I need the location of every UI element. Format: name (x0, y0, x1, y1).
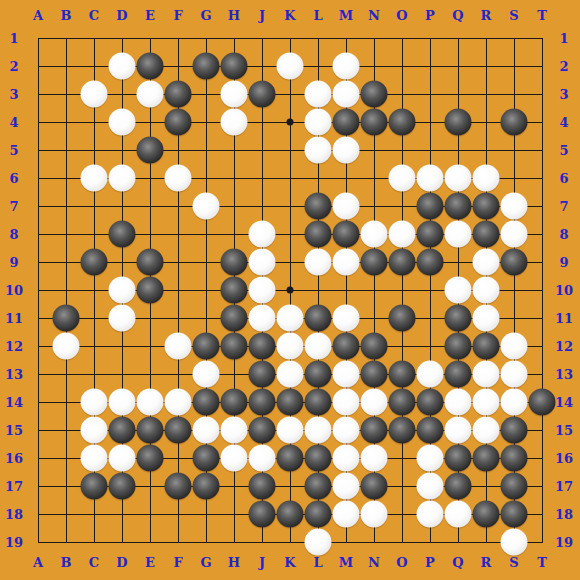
column-label-top-A: A (33, 8, 43, 23)
black-stone-G17[interactable] (193, 473, 220, 500)
star-point-K4 (287, 119, 294, 126)
black-stone-N12[interactable] (361, 333, 388, 360)
row-label-right-19: 19 (555, 535, 573, 550)
white-stone-D11[interactable] (109, 305, 136, 332)
black-stone-O11[interactable] (389, 305, 416, 332)
white-stone-R15[interactable] (473, 417, 500, 444)
column-label-top-R: R (481, 8, 492, 23)
row-label-right-12: 12 (555, 339, 573, 354)
white-stone-D10[interactable] (109, 277, 136, 304)
white-stone-H15[interactable] (221, 417, 248, 444)
black-stone-G12[interactable] (193, 333, 220, 360)
white-stone-Q18[interactable] (445, 501, 472, 528)
black-stone-S17[interactable] (501, 473, 528, 500)
black-stone-P7[interactable] (417, 193, 444, 220)
white-stone-H16[interactable] (221, 445, 248, 472)
black-stone-N15[interactable] (361, 417, 388, 444)
white-stone-R6[interactable] (473, 165, 500, 192)
column-label-top-L: L (313, 8, 322, 23)
row-label-right-17: 17 (555, 479, 573, 494)
column-label-top-K: K (284, 8, 295, 23)
column-label-bottom-F: F (173, 555, 182, 570)
white-stone-D16[interactable] (109, 445, 136, 472)
row-label-right-10: 10 (555, 283, 573, 298)
white-stone-J16[interactable] (249, 445, 276, 472)
black-stone-C9[interactable] (81, 249, 108, 276)
black-stone-M12[interactable] (333, 333, 360, 360)
black-stone-P9[interactable] (417, 249, 444, 276)
column-label-bottom-B: B (61, 555, 72, 570)
black-stone-K18[interactable] (277, 501, 304, 528)
black-stone-L16[interactable] (305, 445, 332, 472)
row-label-right-6: 6 (559, 171, 568, 186)
column-label-top-T: T (537, 8, 547, 23)
black-stone-J18[interactable] (249, 501, 276, 528)
column-label-top-E: E (145, 8, 155, 23)
row-label-left-7: 7 (9, 199, 18, 214)
black-stone-S15[interactable] (501, 417, 528, 444)
white-stone-L15[interactable] (305, 417, 332, 444)
column-label-top-N: N (368, 8, 380, 23)
black-stone-Q12[interactable] (445, 333, 472, 360)
white-stone-S19[interactable] (501, 529, 528, 556)
black-stone-Q11[interactable] (445, 305, 472, 332)
black-stone-Q16[interactable] (445, 445, 472, 472)
black-stone-L18[interactable] (305, 501, 332, 528)
white-stone-F6[interactable] (165, 165, 192, 192)
column-label-bottom-P: P (425, 555, 435, 570)
black-stone-F15[interactable] (165, 417, 192, 444)
row-label-left-18: 18 (5, 507, 23, 522)
black-stone-N3[interactable] (361, 81, 388, 108)
black-stone-B11[interactable] (53, 305, 80, 332)
row-label-left-19: 19 (5, 535, 23, 550)
black-stone-E15[interactable] (137, 417, 164, 444)
white-stone-M14[interactable] (333, 389, 360, 416)
black-stone-R12[interactable] (473, 333, 500, 360)
black-stone-S18[interactable] (501, 501, 528, 528)
column-label-bottom-O: O (396, 555, 407, 570)
white-stone-M15[interactable] (333, 417, 360, 444)
white-stone-L9[interactable] (305, 249, 332, 276)
black-stone-D15[interactable] (109, 417, 136, 444)
black-stone-F3[interactable] (165, 81, 192, 108)
white-stone-L3[interactable] (305, 81, 332, 108)
row-label-left-15: 15 (5, 423, 23, 438)
column-label-top-S: S (509, 8, 518, 23)
row-label-left-10: 10 (5, 283, 23, 298)
black-stone-L7[interactable] (305, 193, 332, 220)
column-label-top-G: G (200, 8, 211, 23)
black-stone-G14[interactable] (193, 389, 220, 416)
white-stone-M2[interactable] (333, 53, 360, 80)
white-stone-D6[interactable] (109, 165, 136, 192)
white-stone-K2[interactable] (277, 53, 304, 80)
black-stone-E9[interactable] (137, 249, 164, 276)
row-label-left-5: 5 (9, 143, 18, 158)
black-stone-S9[interactable] (501, 249, 528, 276)
white-stone-H4[interactable] (221, 109, 248, 136)
white-stone-S13[interactable] (501, 361, 528, 388)
column-label-bottom-J: J (259, 555, 265, 570)
black-stone-J12[interactable] (249, 333, 276, 360)
black-stone-O9[interactable] (389, 249, 416, 276)
white-stone-N8[interactable] (361, 221, 388, 248)
white-stone-N14[interactable] (361, 389, 388, 416)
white-stone-M7[interactable] (333, 193, 360, 220)
grid-line-vertical (542, 38, 543, 543)
white-stone-S12[interactable] (501, 333, 528, 360)
white-stone-H3[interactable] (221, 81, 248, 108)
white-stone-P6[interactable] (417, 165, 444, 192)
white-stone-D14[interactable] (109, 389, 136, 416)
column-label-top-Q: Q (452, 8, 463, 23)
white-stone-G7[interactable] (193, 193, 220, 220)
row-label-right-1: 1 (559, 31, 568, 46)
black-stone-M8[interactable] (333, 221, 360, 248)
row-label-left-14: 14 (5, 395, 23, 410)
white-stone-L5[interactable] (305, 137, 332, 164)
black-stone-E10[interactable] (137, 277, 164, 304)
white-stone-O8[interactable] (389, 221, 416, 248)
row-label-right-14: 14 (555, 395, 573, 410)
black-stone-E2[interactable] (137, 53, 164, 80)
black-stone-E5[interactable] (137, 137, 164, 164)
row-label-left-16: 16 (5, 451, 23, 466)
white-stone-M3[interactable] (333, 81, 360, 108)
black-stone-P14[interactable] (417, 389, 444, 416)
black-stone-P8[interactable] (417, 221, 444, 248)
row-label-left-11: 11 (5, 311, 23, 326)
black-stone-R18[interactable] (473, 501, 500, 528)
white-stone-J11[interactable] (249, 305, 276, 332)
black-stone-M4[interactable] (333, 109, 360, 136)
column-label-top-D: D (116, 8, 127, 23)
white-stone-B12[interactable] (53, 333, 80, 360)
black-stone-H12[interactable] (221, 333, 248, 360)
column-label-top-M: M (339, 8, 353, 23)
row-label-right-13: 13 (555, 367, 573, 382)
black-stone-H9[interactable] (221, 249, 248, 276)
row-label-left-17: 17 (5, 479, 23, 494)
white-stone-C16[interactable] (81, 445, 108, 472)
white-stone-K11[interactable] (277, 305, 304, 332)
column-label-bottom-M: M (339, 555, 353, 570)
white-stone-C6[interactable] (81, 165, 108, 192)
white-stone-Q10[interactable] (445, 277, 472, 304)
black-stone-G2[interactable] (193, 53, 220, 80)
row-label-right-18: 18 (555, 507, 573, 522)
column-label-bottom-A: A (33, 555, 43, 570)
star-point-K10 (287, 287, 294, 294)
white-stone-C14[interactable] (81, 389, 108, 416)
column-label-bottom-H: H (228, 555, 240, 570)
black-stone-P15[interactable] (417, 417, 444, 444)
black-stone-F4[interactable] (165, 109, 192, 136)
white-stone-M16[interactable] (333, 445, 360, 472)
row-label-right-16: 16 (555, 451, 573, 466)
white-stone-E3[interactable] (137, 81, 164, 108)
white-stone-L19[interactable] (305, 529, 332, 556)
black-stone-F17[interactable] (165, 473, 192, 500)
white-stone-M11[interactable] (333, 305, 360, 332)
column-label-bottom-S: S (509, 555, 518, 570)
white-stone-R14[interactable] (473, 389, 500, 416)
white-stone-D2[interactable] (109, 53, 136, 80)
white-stone-Q15[interactable] (445, 417, 472, 444)
row-label-right-7: 7 (559, 199, 568, 214)
white-stone-F14[interactable] (165, 389, 192, 416)
column-label-top-P: P (425, 8, 435, 23)
black-stone-J17[interactable] (249, 473, 276, 500)
white-stone-P17[interactable] (417, 473, 444, 500)
black-stone-E16[interactable] (137, 445, 164, 472)
black-stone-G16[interactable] (193, 445, 220, 472)
white-stone-D4[interactable] (109, 109, 136, 136)
grid-line-horizontal (38, 542, 543, 543)
white-stone-R13[interactable] (473, 361, 500, 388)
column-label-bottom-K: K (284, 555, 295, 570)
column-label-bottom-T: T (537, 555, 547, 570)
black-stone-D8[interactable] (109, 221, 136, 248)
black-stone-H10[interactable] (221, 277, 248, 304)
white-stone-P16[interactable] (417, 445, 444, 472)
black-stone-O14[interactable] (389, 389, 416, 416)
black-stone-K14[interactable] (277, 389, 304, 416)
white-stone-L4[interactable] (305, 109, 332, 136)
black-stone-C17[interactable] (81, 473, 108, 500)
row-label-right-11: 11 (555, 311, 573, 326)
white-stone-N16[interactable] (361, 445, 388, 472)
column-label-top-J: J (259, 8, 265, 23)
white-stone-C3[interactable] (81, 81, 108, 108)
column-label-bottom-N: N (368, 555, 380, 570)
column-label-top-C: C (89, 8, 99, 23)
white-stone-L12[interactable] (305, 333, 332, 360)
white-stone-R10[interactable] (473, 277, 500, 304)
white-stone-M5[interactable] (333, 137, 360, 164)
column-label-bottom-R: R (481, 555, 492, 570)
column-label-top-O: O (396, 8, 407, 23)
black-stone-H14[interactable] (221, 389, 248, 416)
black-stone-J15[interactable] (249, 417, 276, 444)
white-stone-F12[interactable] (165, 333, 192, 360)
row-label-left-4: 4 (9, 115, 18, 130)
black-stone-Q4[interactable] (445, 109, 472, 136)
go-board[interactable]: AABBCCDDEEFFGGHHJJKKLLMMNNOOPPQQRRSSTT11… (0, 0, 580, 580)
white-stone-P18[interactable] (417, 501, 444, 528)
row-label-left-6: 6 (9, 171, 18, 186)
black-stone-D17[interactable] (109, 473, 136, 500)
row-label-right-2: 2 (559, 59, 568, 74)
black-stone-N4[interactable] (361, 109, 388, 136)
white-stone-K12[interactable] (277, 333, 304, 360)
white-stone-K13[interactable] (277, 361, 304, 388)
white-stone-G13[interactable] (193, 361, 220, 388)
black-stone-K16[interactable] (277, 445, 304, 472)
column-label-bottom-E: E (145, 555, 155, 570)
white-stone-R11[interactable] (473, 305, 500, 332)
white-stone-M13[interactable] (333, 361, 360, 388)
black-stone-S4[interactable] (501, 109, 528, 136)
white-stone-G15[interactable] (193, 417, 220, 444)
white-stone-M18[interactable] (333, 501, 360, 528)
row-label-right-3: 3 (559, 87, 568, 102)
row-label-left-8: 8 (9, 227, 18, 242)
black-stone-L11[interactable] (305, 305, 332, 332)
white-stone-S7[interactable] (501, 193, 528, 220)
column-label-top-B: B (61, 8, 72, 23)
white-stone-J8[interactable] (249, 221, 276, 248)
white-stone-Q6[interactable] (445, 165, 472, 192)
row-label-left-13: 13 (5, 367, 23, 382)
row-label-right-15: 15 (555, 423, 573, 438)
black-stone-N17[interactable] (361, 473, 388, 500)
column-label-bottom-D: D (116, 555, 127, 570)
black-stone-S16[interactable] (501, 445, 528, 472)
black-stone-J14[interactable] (249, 389, 276, 416)
black-stone-J13[interactable] (249, 361, 276, 388)
white-stone-P13[interactable] (417, 361, 444, 388)
row-label-left-12: 12 (5, 339, 23, 354)
black-stone-H11[interactable] (221, 305, 248, 332)
column-label-bottom-G: G (200, 555, 211, 570)
black-stone-J3[interactable] (249, 81, 276, 108)
row-label-right-8: 8 (559, 227, 568, 242)
white-stone-S8[interactable] (501, 221, 528, 248)
column-label-bottom-Q: Q (452, 555, 463, 570)
row-label-left-3: 3 (9, 87, 18, 102)
white-stone-C15[interactable] (81, 417, 108, 444)
row-label-left-1: 1 (9, 31, 18, 46)
column-label-bottom-L: L (313, 555, 322, 570)
black-stone-R8[interactable] (473, 221, 500, 248)
white-stone-J10[interactable] (249, 277, 276, 304)
row-label-right-5: 5 (559, 143, 568, 158)
black-stone-Q7[interactable] (445, 193, 472, 220)
black-stone-H2[interactable] (221, 53, 248, 80)
black-stone-L13[interactable] (305, 361, 332, 388)
column-label-top-F: F (173, 8, 182, 23)
row-label-left-2: 2 (9, 59, 18, 74)
white-stone-K15[interactable] (277, 417, 304, 444)
black-stone-T14[interactable] (529, 389, 556, 416)
black-stone-L14[interactable] (305, 389, 332, 416)
white-stone-S14[interactable] (501, 389, 528, 416)
black-stone-Q17[interactable] (445, 473, 472, 500)
black-stone-N13[interactable] (361, 361, 388, 388)
black-stone-Q13[interactable] (445, 361, 472, 388)
black-stone-R16[interactable] (473, 445, 500, 472)
row-label-right-4: 4 (559, 115, 568, 130)
white-stone-Q14[interactable] (445, 389, 472, 416)
column-label-top-H: H (228, 8, 240, 23)
white-stone-N18[interactable] (361, 501, 388, 528)
black-stone-L17[interactable] (305, 473, 332, 500)
white-stone-M9[interactable] (333, 249, 360, 276)
black-stone-O15[interactable] (389, 417, 416, 444)
row-label-left-9: 9 (9, 255, 18, 270)
black-stone-N9[interactable] (361, 249, 388, 276)
white-stone-R9[interactable] (473, 249, 500, 276)
black-stone-O4[interactable] (389, 109, 416, 136)
column-label-bottom-C: C (89, 555, 99, 570)
black-stone-R7[interactable] (473, 193, 500, 220)
row-label-right-9: 9 (559, 255, 568, 270)
black-stone-L8[interactable] (305, 221, 332, 248)
white-stone-O6[interactable] (389, 165, 416, 192)
white-stone-J9[interactable] (249, 249, 276, 276)
white-stone-E14[interactable] (137, 389, 164, 416)
white-stone-Q8[interactable] (445, 221, 472, 248)
white-stone-M17[interactable] (333, 473, 360, 500)
black-stone-O13[interactable] (389, 361, 416, 388)
